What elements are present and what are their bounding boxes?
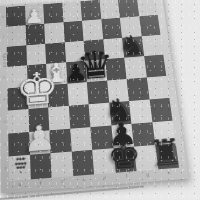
black-knight: ♞	[103, 94, 137, 128]
photo-scene: abcdefgh 87654321 S34·C8 ◆◆◆◆◆◆◆◆◆◆▾ ♟♞♝…	[0, 0, 200, 200]
pieces-layer: ♟♞♝♟♛♚♞♟♟♚♜	[0, 0, 189, 193]
black-king: ♚	[106, 137, 143, 175]
white-pawn: ♟	[22, 121, 56, 158]
black-pawn: ♟	[106, 118, 138, 151]
black-pawn: ♟	[64, 60, 89, 85]
black-queen: ♛	[75, 45, 116, 85]
chess-board: abcdefgh 87654321 S34·C8 ◆◆◆◆◆◆◆◆◆◆▾ ♟♞♝…	[0, 0, 189, 193]
white-bishop: ♝	[43, 59, 71, 87]
white-king: ♚	[15, 65, 60, 112]
white-pawn: ♟	[24, 5, 45, 26]
black-knight: ♞	[117, 31, 148, 60]
black-rook: ♜	[148, 134, 186, 172]
